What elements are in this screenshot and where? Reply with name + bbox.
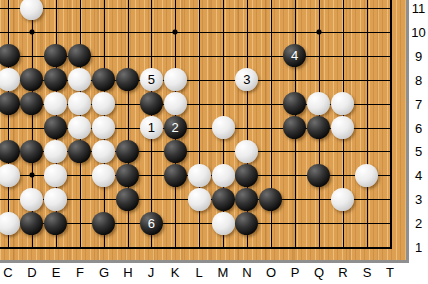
stone-black-H8[interactable] xyxy=(116,68,139,91)
stone-white-R7[interactable] xyxy=(331,92,354,115)
stone-white-M4[interactable] xyxy=(212,164,235,187)
col-label-O: O xyxy=(266,265,276,280)
col-label-Q: Q xyxy=(314,265,324,280)
stone-black-F9[interactable] xyxy=(68,44,91,67)
stone-black-C7[interactable] xyxy=(0,92,20,115)
row-label-10: 10 xyxy=(409,25,428,40)
stone-black-C9[interactable] xyxy=(0,44,20,67)
row-label-8: 8 xyxy=(409,73,428,88)
stone-black-M3[interactable] xyxy=(212,188,235,211)
col-label-T: T xyxy=(386,265,394,280)
stone-black-H3[interactable] xyxy=(116,188,139,211)
stone-black-F5[interactable] xyxy=(68,140,91,163)
stone-white-N5[interactable] xyxy=(235,140,258,163)
stone-white-J8[interactable]: 5 xyxy=(140,68,163,91)
stone-black-N3[interactable] xyxy=(235,188,258,211)
stone-white-F6[interactable] xyxy=(68,116,91,139)
stone-white-F7[interactable] xyxy=(68,92,91,115)
move-number-label: 6 xyxy=(148,212,155,235)
stone-white-G6[interactable] xyxy=(92,116,115,139)
stone-white-E3[interactable] xyxy=(44,188,67,211)
stone-black-C5[interactable] xyxy=(0,140,20,163)
stone-black-H5[interactable] xyxy=(116,140,139,163)
stone-black-E9[interactable] xyxy=(44,44,67,67)
stone-white-Q7[interactable] xyxy=(307,92,330,115)
stone-white-D3[interactable] xyxy=(20,188,43,211)
stone-black-P6[interactable] xyxy=(283,116,306,139)
stone-black-Q4[interactable] xyxy=(307,164,330,187)
stone-black-N4[interactable] xyxy=(235,164,258,187)
stone-white-J6[interactable]: 1 xyxy=(140,116,163,139)
stone-black-G8[interactable] xyxy=(92,68,115,91)
row-label-3: 3 xyxy=(409,192,428,207)
row-label-4: 4 xyxy=(409,168,428,183)
stone-white-N8[interactable]: 3 xyxy=(235,68,258,91)
stone-white-M6[interactable] xyxy=(212,116,235,139)
stone-white-R6[interactable] xyxy=(331,116,354,139)
move-number-label: 2 xyxy=(172,116,179,139)
stone-black-K5[interactable] xyxy=(164,140,187,163)
move-number-label: 1 xyxy=(148,116,155,139)
stone-white-K8[interactable] xyxy=(164,68,187,91)
go-diagram: 453126 CDEFGHJKLMNOPQRST 1110987654321 xyxy=(0,0,428,284)
col-label-K: K xyxy=(171,265,180,280)
stone-black-J7[interactable] xyxy=(140,92,163,115)
stone-black-N2[interactable] xyxy=(235,212,258,235)
stone-black-D7[interactable] xyxy=(20,92,43,115)
move-number-label: 5 xyxy=(148,68,155,91)
row-label-6: 6 xyxy=(409,121,428,136)
stone-white-E4[interactable] xyxy=(44,164,67,187)
stone-white-G4[interactable] xyxy=(92,164,115,187)
stone-black-K6[interactable]: 2 xyxy=(164,116,187,139)
stone-white-R3[interactable] xyxy=(331,188,354,211)
stone-black-G2[interactable] xyxy=(92,212,115,235)
col-label-D: D xyxy=(27,265,36,280)
row-label-2: 2 xyxy=(409,216,428,231)
stone-black-Q6[interactable] xyxy=(307,116,330,139)
stone-white-L4[interactable] xyxy=(188,164,211,187)
stone-white-D11[interactable] xyxy=(20,0,43,20)
col-label-R: R xyxy=(338,265,347,280)
stone-white-L3[interactable] xyxy=(188,188,211,211)
col-label-F: F xyxy=(76,265,84,280)
stone-black-E6[interactable] xyxy=(44,116,67,139)
stone-black-K4[interactable] xyxy=(164,164,187,187)
col-label-P: P xyxy=(291,265,300,280)
stone-white-E7[interactable] xyxy=(44,92,67,115)
stone-white-G7[interactable] xyxy=(92,92,115,115)
stones-grid: 453126 xyxy=(0,0,402,259)
col-label-J: J xyxy=(148,265,155,280)
stone-white-M2[interactable] xyxy=(212,212,235,235)
row-label-5: 5 xyxy=(409,144,428,159)
stone-white-C8[interactable] xyxy=(0,68,20,91)
col-label-C: C xyxy=(3,265,12,280)
go-board[interactable]: 453126 xyxy=(0,0,406,260)
stone-white-C2[interactable] xyxy=(0,212,20,235)
stone-white-G5[interactable] xyxy=(92,140,115,163)
stone-black-P7[interactable] xyxy=(283,92,306,115)
col-label-S: S xyxy=(363,265,372,280)
row-coordinates: 1110987654321 xyxy=(409,0,428,263)
col-label-N: N xyxy=(242,265,251,280)
stone-black-E8[interactable] xyxy=(44,68,67,91)
stone-black-D5[interactable] xyxy=(20,140,43,163)
stone-white-E5[interactable] xyxy=(44,140,67,163)
stone-black-O3[interactable] xyxy=(259,188,282,211)
stone-black-D8[interactable] xyxy=(20,68,43,91)
column-coordinates: CDEFGHJKLMNOPQRST xyxy=(0,263,406,284)
move-number-label: 3 xyxy=(243,68,250,91)
row-label-9: 9 xyxy=(409,49,428,64)
col-label-M: M xyxy=(218,265,229,280)
col-label-E: E xyxy=(52,265,61,280)
stone-black-P9[interactable]: 4 xyxy=(283,44,306,67)
stone-black-H4[interactable] xyxy=(116,164,139,187)
col-label-H: H xyxy=(123,265,132,280)
stone-white-K7[interactable] xyxy=(164,92,187,115)
row-label-11: 11 xyxy=(409,1,428,16)
stone-white-C4[interactable] xyxy=(0,164,20,187)
stone-black-J2[interactable]: 6 xyxy=(140,212,163,235)
col-label-L: L xyxy=(195,265,202,280)
row-label-7: 7 xyxy=(409,97,428,112)
stone-black-D2[interactable] xyxy=(20,212,43,235)
row-label-1: 1 xyxy=(409,240,428,255)
stone-white-S4[interactable] xyxy=(355,164,378,187)
col-label-G: G xyxy=(99,265,109,280)
stone-white-F8[interactable] xyxy=(68,68,91,91)
move-number-label: 4 xyxy=(291,44,298,67)
stone-black-E2[interactable] xyxy=(44,212,67,235)
